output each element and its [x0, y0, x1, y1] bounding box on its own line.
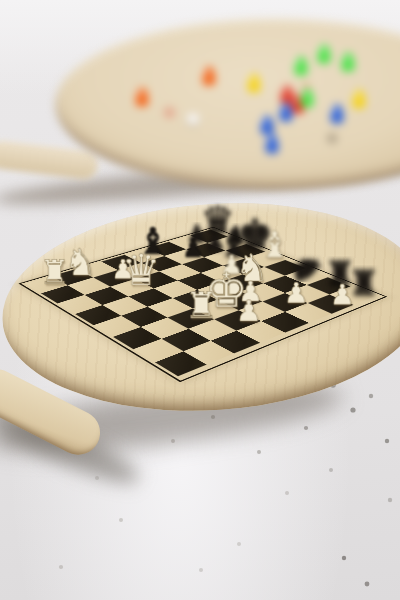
ludo-peg-9	[300, 88, 313, 107]
chess-piece-white-q-c6: ♛	[121, 249, 160, 292]
ludo-peg-12	[330, 105, 343, 124]
chess-piece-black-p-f7: ♟	[182, 235, 204, 260]
photo-scene: ♜♞♝♟♛♟♟♟♟♛♝♚♟♝♞♞♜♚♟♟♟♜♟♜	[0, 0, 400, 600]
ludo-peg-0	[136, 87, 149, 106]
ludo-peg-13	[265, 134, 278, 153]
ludo-peg-1	[202, 67, 215, 86]
chess-piece-white-p-f2: ♟	[283, 279, 308, 307]
ludo-peg-5	[353, 89, 366, 108]
ludo-peg-4	[248, 73, 261, 92]
ludo-peg-11	[280, 103, 293, 122]
ludo-die	[186, 113, 199, 126]
chess-piece-white-p-d2: ♟	[235, 296, 261, 325]
chess-piece-white-p-g1: ♟	[329, 281, 354, 309]
chess-piece-white-r-c3: ♜	[184, 287, 217, 324]
surface-speckles	[0, 0, 2, 2]
ludo-peg-8	[342, 53, 355, 72]
square-a6	[58, 295, 103, 314]
chess-piece-white-r-a8: ♜	[39, 255, 69, 289]
ludo-peg-10	[260, 115, 273, 134]
ludo-peg-7	[318, 44, 331, 63]
ludo-peg-6	[294, 57, 307, 76]
